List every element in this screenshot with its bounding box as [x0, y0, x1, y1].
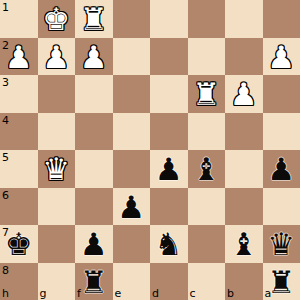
- square-f5[interactable]: [75, 150, 113, 188]
- square-h2[interactable]: 2♟: [0, 38, 38, 76]
- square-g6[interactable]: [38, 188, 76, 226]
- piece-black-knight[interactable]: ♞: [155, 229, 183, 260]
- square-h5[interactable]: 5: [0, 150, 38, 188]
- file-label-d: d: [152, 288, 159, 299]
- rank-label-5: 5: [2, 152, 9, 163]
- piece-white-pawn[interactable]: ♟: [42, 42, 70, 73]
- file-label-e: e: [115, 288, 122, 299]
- square-d2[interactable]: [150, 38, 188, 76]
- piece-white-pawn[interactable]: ♟: [80, 42, 108, 73]
- piece-white-king[interactable]: ♚: [42, 4, 70, 35]
- square-a1[interactable]: [263, 0, 301, 38]
- square-a5[interactable]: ♟: [263, 150, 301, 188]
- square-b2[interactable]: [225, 38, 263, 76]
- piece-white-pawn[interactable]: ♟: [230, 79, 258, 110]
- square-e6[interactable]: ♟: [113, 188, 151, 226]
- file-label-c: c: [190, 288, 196, 299]
- piece-white-rook[interactable]: ♜: [192, 79, 220, 110]
- square-f3[interactable]: [75, 75, 113, 113]
- square-f8[interactable]: f♜: [75, 263, 113, 300]
- square-b1[interactable]: [225, 0, 263, 38]
- square-c7[interactable]: [188, 225, 226, 263]
- square-g7[interactable]: [38, 225, 76, 263]
- square-d6[interactable]: [150, 188, 188, 226]
- piece-black-pawn[interactable]: ♟: [80, 229, 108, 260]
- piece-black-rook[interactable]: ♜: [267, 267, 295, 298]
- piece-white-pawn[interactable]: ♟: [5, 42, 33, 73]
- file-label-g: g: [40, 288, 47, 299]
- square-d3[interactable]: [150, 75, 188, 113]
- piece-black-pawn[interactable]: ♟: [267, 154, 295, 185]
- square-g4[interactable]: [38, 113, 76, 151]
- square-f2[interactable]: ♟: [75, 38, 113, 76]
- square-c1[interactable]: [188, 0, 226, 38]
- square-g5[interactable]: ♛: [38, 150, 76, 188]
- square-b3[interactable]: ♟: [225, 75, 263, 113]
- rank-label-6: 6: [2, 190, 9, 201]
- square-b6[interactable]: [225, 188, 263, 226]
- square-h7[interactable]: 7♚: [0, 225, 38, 263]
- square-a3[interactable]: [263, 75, 301, 113]
- square-e4[interactable]: [113, 113, 151, 151]
- square-f4[interactable]: [75, 113, 113, 151]
- piece-black-queen[interactable]: ♛: [267, 229, 295, 260]
- file-label-b: b: [227, 288, 234, 299]
- square-d7[interactable]: ♞: [150, 225, 188, 263]
- piece-black-bishop[interactable]: ♝: [230, 229, 258, 260]
- square-f6[interactable]: [75, 188, 113, 226]
- square-c6[interactable]: [188, 188, 226, 226]
- rank-label-1: 1: [2, 2, 9, 13]
- piece-white-pawn[interactable]: ♟: [267, 42, 295, 73]
- square-e3[interactable]: [113, 75, 151, 113]
- square-a7[interactable]: ♛: [263, 225, 301, 263]
- square-d1[interactable]: [150, 0, 188, 38]
- square-c3[interactable]: ♜: [188, 75, 226, 113]
- rank-label-3: 3: [2, 77, 9, 88]
- square-e2[interactable]: [113, 38, 151, 76]
- square-a8[interactable]: a♜: [263, 263, 301, 300]
- square-c4[interactable]: [188, 113, 226, 151]
- square-b7[interactable]: ♝: [225, 225, 263, 263]
- chess-app: 1♚♜2♟♟♟♟3♜♟45♛♟♝♟6♟7♚♟♞♝♛8hgf♜edcba♜: [0, 0, 300, 300]
- rank-label-4: 4: [2, 115, 9, 126]
- piece-black-rook[interactable]: ♜: [80, 267, 108, 298]
- square-c8[interactable]: c: [188, 263, 226, 300]
- square-a6[interactable]: [263, 188, 301, 226]
- square-h1[interactable]: 1: [0, 0, 38, 38]
- square-e8[interactable]: e: [113, 263, 151, 300]
- square-b5[interactable]: [225, 150, 263, 188]
- square-c5[interactable]: ♝: [188, 150, 226, 188]
- square-h8[interactable]: 8h: [0, 263, 38, 300]
- piece-black-bishop[interactable]: ♝: [192, 154, 220, 185]
- chess-board: 1♚♜2♟♟♟♟3♜♟45♛♟♝♟6♟7♚♟♞♝♛8hgf♜edcba♜: [0, 0, 300, 300]
- square-g2[interactable]: ♟: [38, 38, 76, 76]
- piece-black-pawn[interactable]: ♟: [117, 192, 145, 223]
- piece-white-queen[interactable]: ♛: [42, 154, 70, 185]
- square-d5[interactable]: ♟: [150, 150, 188, 188]
- rank-label-8: 8: [2, 265, 9, 276]
- square-g1[interactable]: ♚: [38, 0, 76, 38]
- square-e7[interactable]: [113, 225, 151, 263]
- square-d8[interactable]: d: [150, 263, 188, 300]
- square-h3[interactable]: 3: [0, 75, 38, 113]
- file-label-h: h: [2, 288, 9, 299]
- square-b4[interactable]: [225, 113, 263, 151]
- square-g3[interactable]: [38, 75, 76, 113]
- square-d4[interactable]: [150, 113, 188, 151]
- square-c2[interactable]: [188, 38, 226, 76]
- square-e5[interactable]: [113, 150, 151, 188]
- square-g8[interactable]: g: [38, 263, 76, 300]
- square-f1[interactable]: ♜: [75, 0, 113, 38]
- piece-black-pawn[interactable]: ♟: [155, 154, 183, 185]
- square-b8[interactable]: b: [225, 263, 263, 300]
- square-a4[interactable]: [263, 113, 301, 151]
- square-f7[interactable]: ♟: [75, 225, 113, 263]
- square-h6[interactable]: 6: [0, 188, 38, 226]
- square-e1[interactable]: [113, 0, 151, 38]
- square-a2[interactable]: ♟: [263, 38, 301, 76]
- piece-black-king[interactable]: ♚: [5, 229, 33, 260]
- piece-white-rook[interactable]: ♜: [80, 4, 108, 35]
- square-h4[interactable]: 4: [0, 113, 38, 151]
